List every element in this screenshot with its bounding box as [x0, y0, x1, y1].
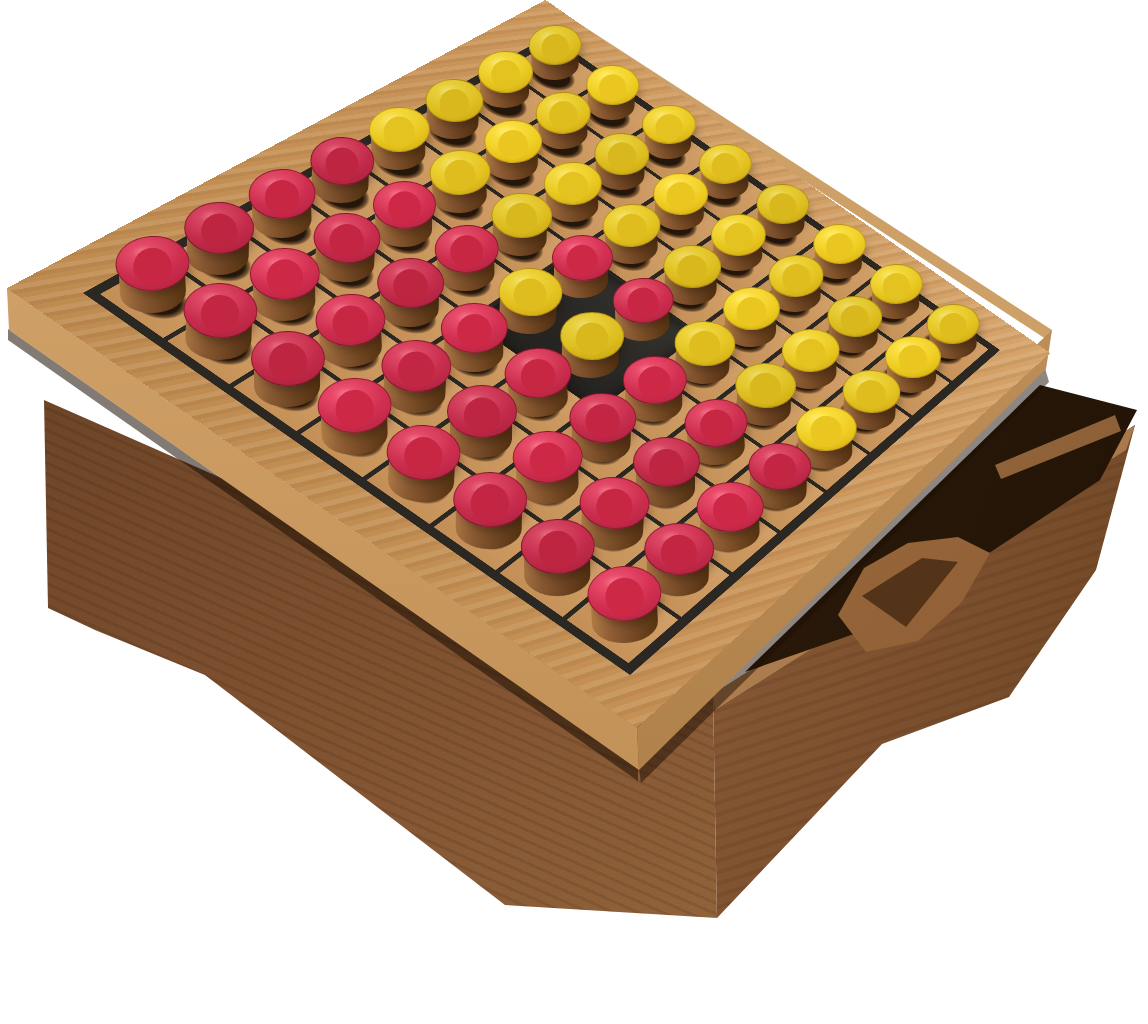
scene: ●●●●●●●●●●●●●●●●●●●●●●●●●●●●●●●●●●●●●●●●… — [0, 0, 1148, 1024]
